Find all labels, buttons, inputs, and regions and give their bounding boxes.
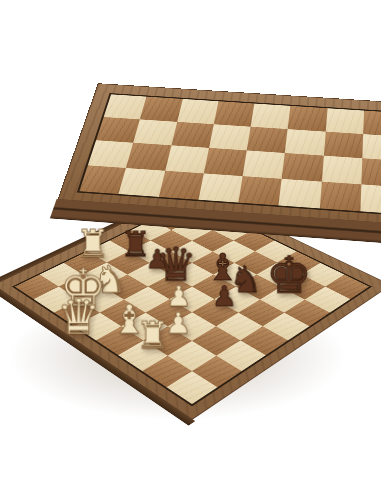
folded-board-square-2-1: [171, 122, 214, 148]
folded-board-square-4-3: [238, 176, 282, 206]
folded-board-square-2-0: [177, 99, 218, 124]
folded-board-square-6-2: [321, 156, 362, 184]
folded-board-square-7-0: [363, 111, 381, 137]
folded-board-square-1-0: [140, 97, 182, 122]
folded-board-square-5-0: [288, 106, 327, 131]
folded-board-square-4-0: [251, 104, 291, 129]
folded-board-square-6-3: [319, 181, 361, 211]
folded-board-grid: [77, 93, 381, 216]
folded-board-square-7-1: [362, 134, 381, 161]
folded-board-square-6-1: [323, 131, 363, 158]
folded-board-square-1-3: [119, 168, 165, 197]
folded-board-square-2-2: [165, 145, 209, 173]
black-pawn-f5[interactable]: ♟: [212, 282, 237, 310]
folded-board-square-7-3: [360, 184, 381, 214]
folded-board-square-3-1: [209, 124, 251, 150]
folded-board-square-1-1: [133, 119, 176, 145]
folded-board-square-4-1: [247, 126, 288, 153]
folded-board-square-3-2: [204, 148, 247, 176]
folded-board-square-1-2: [126, 143, 171, 171]
folded-board-square-7-2: [361, 158, 381, 187]
white-queen-d1[interactable]: ♛: [57, 292, 101, 341]
folded-board-square-4-2: [243, 150, 285, 178]
folded-board-square-6-0: [325, 108, 363, 134]
folded-board-square-5-1: [285, 129, 325, 156]
folded-board-square-5-3: [279, 179, 322, 209]
chess-set-photo-scene: ♚♝♞♜♟♛♟♜♟♞♟♚♝♜♛: [0, 0, 381, 492]
folded-board-square-3-0: [214, 101, 255, 126]
black-king-g7[interactable]: ♚: [266, 250, 312, 301]
white-rook-f2[interactable]: ♜: [135, 316, 169, 354]
folded-board-square-5-2: [282, 153, 323, 181]
